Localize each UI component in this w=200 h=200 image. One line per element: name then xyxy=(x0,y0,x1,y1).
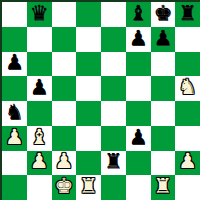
square-d7[interactable] xyxy=(76,27,101,52)
square-h3[interactable] xyxy=(175,126,200,151)
square-g1[interactable]: ♜ xyxy=(151,175,176,200)
piece-black-pawn: ♟ xyxy=(129,127,148,148)
square-e2[interactable]: ♜ xyxy=(101,151,126,176)
square-b2[interactable]: ♟ xyxy=(27,151,52,176)
square-a3[interactable]: ♟ xyxy=(2,126,27,151)
square-b7[interactable] xyxy=(27,27,52,52)
piece-white-pawn: ♟ xyxy=(178,151,197,172)
piece-white-pawn: ♟ xyxy=(30,151,49,172)
piece-white-king: ♚ xyxy=(54,176,73,197)
square-e8[interactable] xyxy=(101,2,126,27)
square-d3[interactable] xyxy=(76,126,101,151)
square-a7[interactable] xyxy=(2,27,27,52)
square-b5[interactable]: ♟ xyxy=(27,76,52,101)
square-c7[interactable] xyxy=(52,27,77,52)
piece-black-pawn: ♟ xyxy=(129,28,148,49)
square-g6[interactable] xyxy=(151,52,176,77)
square-d6[interactable] xyxy=(76,52,101,77)
square-b8[interactable]: ♛ xyxy=(27,2,52,27)
piece-white-bishop: ♝ xyxy=(30,127,49,148)
square-d4[interactable] xyxy=(76,101,101,126)
piece-white-rook: ♜ xyxy=(153,176,172,197)
square-a8[interactable] xyxy=(2,2,27,27)
piece-white-rook: ♜ xyxy=(79,176,98,197)
square-d8[interactable] xyxy=(76,2,101,27)
square-f8[interactable]: ♝ xyxy=(126,2,151,27)
piece-black-pawn: ♟ xyxy=(5,52,24,73)
square-c8[interactable] xyxy=(52,2,77,27)
square-h5[interactable]: ♞ xyxy=(175,76,200,101)
square-g7[interactable]: ♟ xyxy=(151,27,176,52)
square-h2[interactable]: ♟ xyxy=(175,151,200,176)
square-e1[interactable] xyxy=(101,175,126,200)
square-c6[interactable] xyxy=(52,52,77,77)
square-b4[interactable] xyxy=(27,101,52,126)
piece-white-pawn: ♟ xyxy=(54,151,73,172)
square-f4[interactable] xyxy=(126,101,151,126)
square-h6[interactable] xyxy=(175,52,200,77)
square-a2[interactable] xyxy=(2,151,27,176)
square-f1[interactable] xyxy=(126,175,151,200)
square-g2[interactable] xyxy=(151,151,176,176)
square-a6[interactable]: ♟ xyxy=(2,52,27,77)
piece-black-rook: ♜ xyxy=(104,151,123,172)
square-h4[interactable] xyxy=(175,101,200,126)
square-d2[interactable] xyxy=(76,151,101,176)
square-e3[interactable] xyxy=(101,126,126,151)
square-g8[interactable]: ♚ xyxy=(151,2,176,27)
piece-black-pawn: ♟ xyxy=(30,77,49,98)
piece-black-king: ♚ xyxy=(153,3,172,24)
chess-board: ♛♝♚♜♟♟♟♟♞♞♟♝♟♟♟♜♟♚♜♜ xyxy=(0,0,200,200)
square-b1[interactable] xyxy=(27,175,52,200)
square-g4[interactable] xyxy=(151,101,176,126)
square-d5[interactable] xyxy=(76,76,101,101)
square-d1[interactable]: ♜ xyxy=(76,175,101,200)
square-a4[interactable]: ♞ xyxy=(2,101,27,126)
square-h1[interactable] xyxy=(175,175,200,200)
square-a5[interactable] xyxy=(2,76,27,101)
piece-black-bishop: ♝ xyxy=(129,3,148,24)
square-c3[interactable] xyxy=(52,126,77,151)
square-e4[interactable] xyxy=(101,101,126,126)
square-f3[interactable]: ♟ xyxy=(126,126,151,151)
square-a1[interactable] xyxy=(2,175,27,200)
square-b6[interactable] xyxy=(27,52,52,77)
square-f7[interactable]: ♟ xyxy=(126,27,151,52)
piece-white-pawn: ♟ xyxy=(5,127,24,148)
piece-black-rook: ♜ xyxy=(178,3,197,24)
chess-board-container: ♛♝♚♜♟♟♟♟♞♞♟♝♟♟♟♜♟♚♜♜ xyxy=(0,0,200,200)
square-c5[interactable] xyxy=(52,76,77,101)
square-e5[interactable] xyxy=(101,76,126,101)
square-g5[interactable] xyxy=(151,76,176,101)
piece-black-pawn: ♟ xyxy=(153,28,172,49)
square-c2[interactable]: ♟ xyxy=(52,151,77,176)
square-h8[interactable]: ♜ xyxy=(175,2,200,27)
square-h7[interactable] xyxy=(175,27,200,52)
square-c4[interactable] xyxy=(52,101,77,126)
piece-black-queen: ♛ xyxy=(30,3,49,24)
square-f6[interactable] xyxy=(126,52,151,77)
square-c1[interactable]: ♚ xyxy=(52,175,77,200)
piece-white-knight: ♞ xyxy=(178,77,197,98)
square-e7[interactable] xyxy=(101,27,126,52)
square-e6[interactable] xyxy=(101,52,126,77)
square-f5[interactable] xyxy=(126,76,151,101)
square-b3[interactable]: ♝ xyxy=(27,126,52,151)
square-g3[interactable] xyxy=(151,126,176,151)
square-f2[interactable] xyxy=(126,151,151,176)
piece-black-knight: ♞ xyxy=(5,102,24,123)
